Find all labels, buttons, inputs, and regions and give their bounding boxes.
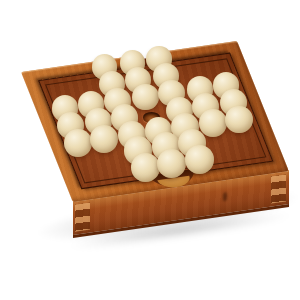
dovetail-joint-left — [75, 203, 90, 232]
dovetail-joint-right — [271, 174, 286, 203]
wood-knot — [223, 192, 227, 202]
solitaire-box-photo — [0, 0, 300, 300]
marble[interactable] — [225, 106, 253, 134]
marble[interactable] — [199, 109, 227, 137]
marble[interactable] — [132, 84, 159, 111]
marble[interactable] — [90, 125, 118, 153]
marble[interactable] — [64, 129, 92, 157]
marble[interactable] — [131, 153, 160, 182]
